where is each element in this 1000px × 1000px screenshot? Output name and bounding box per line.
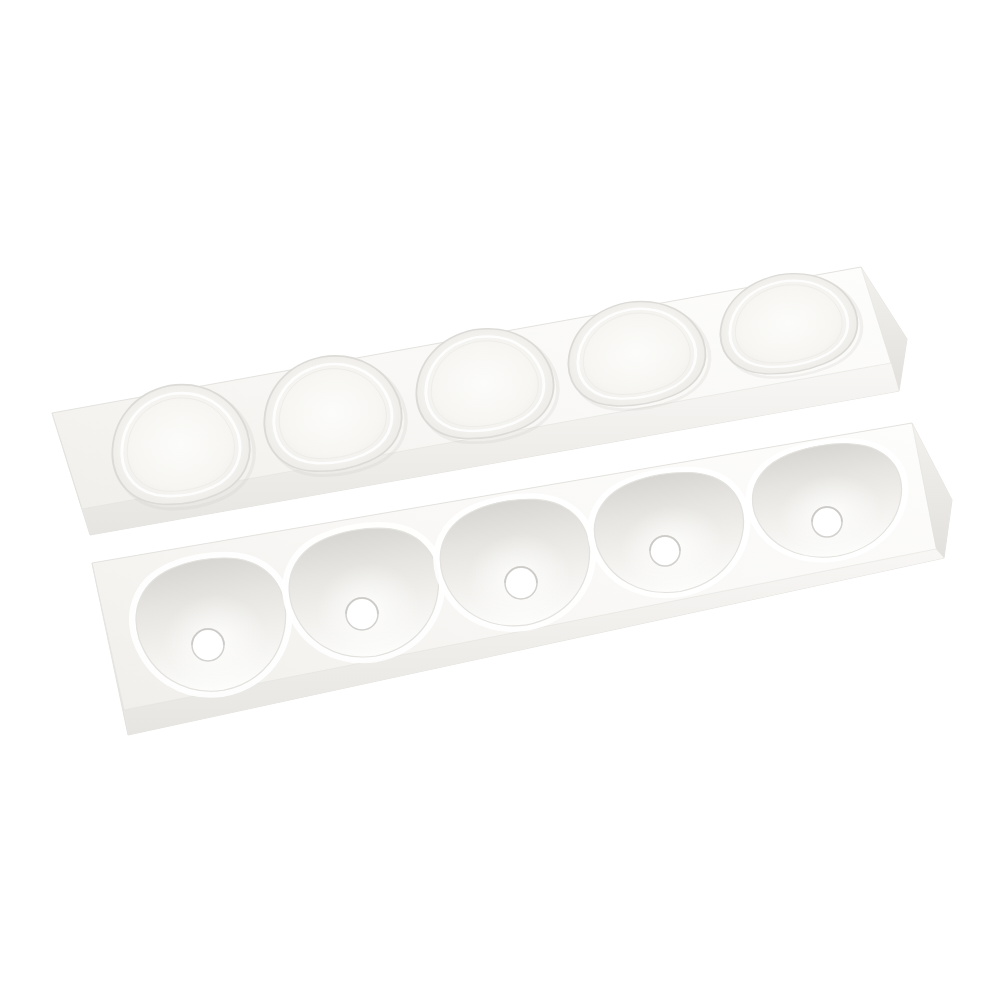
product-photo [0, 0, 1000, 1000]
mold-photo-svg [0, 0, 1000, 1000]
